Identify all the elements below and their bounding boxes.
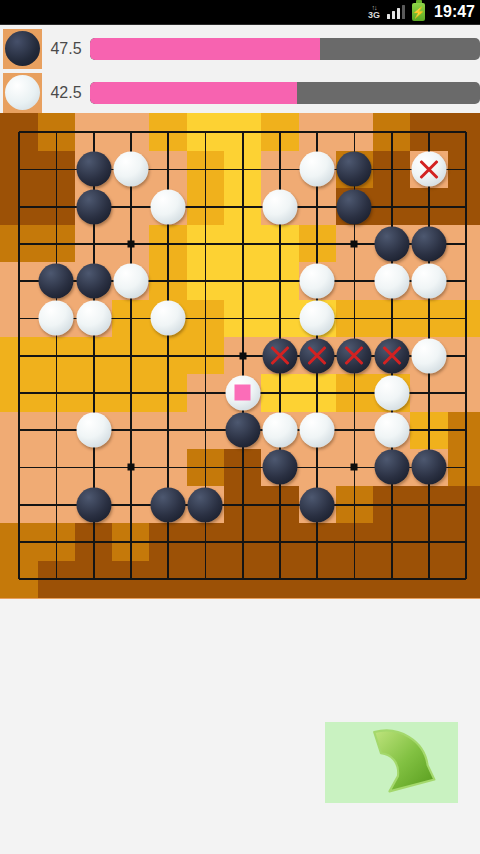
black-stone[interactable] [262, 450, 297, 485]
black-stone[interactable] [300, 487, 335, 522]
white-stone[interactable] [151, 301, 186, 336]
last-move-marker [235, 385, 251, 401]
black-stone[interactable] [374, 226, 409, 261]
black-score-row: 47.5 [0, 28, 480, 69]
white-stone[interactable] [411, 264, 446, 299]
white-stone[interactable] [374, 375, 409, 410]
black-stone-icon [5, 31, 40, 66]
black-score-value: 47.5 [48, 40, 81, 58]
white-stone[interactable] [411, 338, 446, 373]
white-stone[interactable] [300, 413, 335, 448]
score-panel: 47.5 42.5 [0, 25, 480, 113]
star-point [239, 352, 246, 359]
signal-strength-icon [387, 5, 405, 19]
star-point [351, 240, 358, 247]
white-stone[interactable] [300, 152, 335, 187]
white-stone-icon [5, 75, 40, 110]
go-board[interactable] [0, 113, 480, 599]
black-stone[interactable] [151, 487, 186, 522]
star-point [127, 240, 134, 247]
network-3g-icon: ↑↓ 3G [368, 4, 380, 20]
white-stone[interactable] [262, 413, 297, 448]
black-stone[interactable] [188, 487, 223, 522]
black-score-bar-fill [90, 38, 320, 60]
white-stone[interactable] [411, 152, 446, 187]
white-stone[interactable] [262, 189, 297, 224]
battery-charging-icon: ⚡ [412, 3, 425, 21]
black-stone[interactable] [76, 152, 111, 187]
dead-stone-x-icon [342, 344, 366, 368]
star-point [127, 464, 134, 471]
white-stone[interactable] [300, 301, 335, 336]
undo-arrow-icon [340, 727, 444, 799]
white-stone[interactable] [225, 375, 260, 410]
white-stone[interactable] [300, 264, 335, 299]
undo-button[interactable] [325, 722, 458, 803]
star-point [351, 464, 358, 471]
white-stone[interactable] [76, 301, 111, 336]
black-stone[interactable] [337, 152, 372, 187]
white-stone[interactable] [374, 413, 409, 448]
white-stone[interactable] [113, 264, 148, 299]
black-stone[interactable] [39, 264, 74, 299]
black-stone[interactable] [262, 338, 297, 373]
black-score-bar [90, 38, 480, 60]
grid-line [19, 578, 466, 580]
white-score-value: 42.5 [48, 84, 81, 102]
white-score-bar-fill [90, 82, 297, 104]
white-stone[interactable] [374, 264, 409, 299]
grid-line [19, 541, 466, 543]
black-stone[interactable] [76, 487, 111, 522]
dead-stone-x-icon [380, 344, 404, 368]
black-stone[interactable] [374, 450, 409, 485]
white-score-bar [90, 82, 480, 104]
white-stone[interactable] [39, 301, 74, 336]
black-stone[interactable] [411, 226, 446, 261]
dead-stone-x-icon [305, 344, 329, 368]
black-stone[interactable] [411, 450, 446, 485]
black-stone[interactable] [76, 264, 111, 299]
white-stone[interactable] [151, 189, 186, 224]
white-stone[interactable] [76, 413, 111, 448]
black-player-icon [3, 29, 42, 69]
grid-line [465, 132, 467, 579]
white-stone[interactable] [113, 152, 148, 187]
black-stone[interactable] [337, 338, 372, 373]
black-stone[interactable] [374, 338, 409, 373]
dead-stone-x-icon [268, 344, 292, 368]
white-score-row: 42.5 [0, 72, 480, 113]
white-player-icon [3, 73, 42, 113]
black-stone[interactable] [76, 189, 111, 224]
dead-stone-x-icon [417, 157, 441, 181]
black-stone[interactable] [337, 189, 372, 224]
black-stone[interactable] [225, 413, 260, 448]
black-stone[interactable] [300, 338, 335, 373]
status-bar: ↑↓ 3G ⚡ 19:47 [0, 0, 480, 25]
clock: 19:47 [434, 3, 475, 21]
